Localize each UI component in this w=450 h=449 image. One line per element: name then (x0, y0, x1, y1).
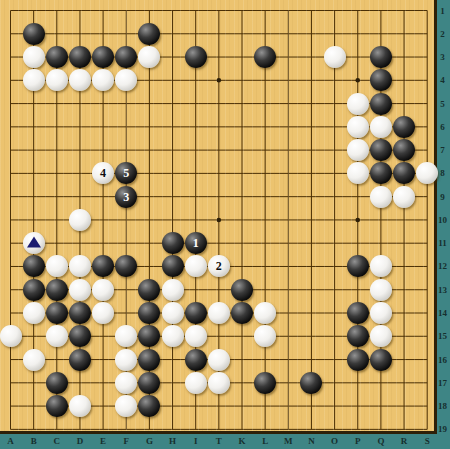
black-stone-K13[interactable] (231, 279, 253, 301)
black-stone-H12[interactable] (162, 255, 184, 277)
white-stone-B11[interactable] (23, 232, 45, 254)
black-stone-B2[interactable] (23, 23, 45, 45)
column-label-D: D (72, 436, 88, 449)
black-stone-D14[interactable] (69, 302, 91, 324)
black-stone-G16[interactable] (138, 349, 160, 371)
white-stone-L14[interactable] (254, 302, 276, 324)
column-label-G: G (141, 436, 157, 449)
move-number-label: 3 (115, 186, 137, 208)
white-stone-I17[interactable] (185, 372, 207, 394)
column-label-S: S (419, 436, 435, 449)
black-stone-K14[interactable] (231, 302, 253, 324)
row-label-7: 7 (435, 145, 450, 156)
row-label-12: 12 (435, 261, 450, 272)
black-stone-I11[interactable]: 1 (185, 232, 207, 254)
row-label-9: 9 (435, 192, 450, 203)
row-label-13: 13 (435, 285, 450, 296)
white-stone-B14[interactable] (23, 302, 45, 324)
white-stone-P5[interactable] (347, 93, 369, 115)
black-stone-D16[interactable] (69, 349, 91, 371)
black-stone-C3[interactable] (46, 46, 68, 68)
black-stone-P14[interactable] (347, 302, 369, 324)
black-stone-Q16[interactable] (370, 349, 392, 371)
row-label-4: 4 (435, 75, 450, 86)
column-label-A: A (3, 436, 19, 449)
row-label-15: 15 (435, 331, 450, 342)
white-stone-T12[interactable]: 2 (208, 255, 230, 277)
black-stone-Q5[interactable] (370, 93, 392, 115)
white-stone-P6[interactable] (347, 116, 369, 138)
column-label-B: B (26, 436, 42, 449)
black-stone-F9[interactable]: 3 (115, 186, 137, 208)
black-stone-G13[interactable] (138, 279, 160, 301)
black-stone-L3[interactable] (254, 46, 276, 68)
column-label-L: L (257, 436, 273, 449)
white-stone-F17[interactable] (115, 372, 137, 394)
white-stone-I15[interactable] (185, 325, 207, 347)
black-stone-R7[interactable] (393, 139, 415, 161)
column-label-K: K (234, 436, 250, 449)
white-stone-H14[interactable] (162, 302, 184, 324)
white-stone-C15[interactable] (46, 325, 68, 347)
black-stone-D3[interactable] (69, 46, 91, 68)
white-stone-T16[interactable] (208, 349, 230, 371)
row-label-5: 5 (435, 99, 450, 110)
move-number-label: 1 (185, 232, 207, 254)
white-stone-F16[interactable] (115, 349, 137, 371)
black-stone-P15[interactable] (347, 325, 369, 347)
go-board[interactable]: 45312 (0, 0, 437, 434)
black-stone-C18[interactable] (46, 395, 68, 417)
column-label-H: H (165, 436, 181, 449)
black-stone-I16[interactable] (185, 349, 207, 371)
column-label-P: P (350, 436, 366, 449)
black-stone-C14[interactable] (46, 302, 68, 324)
row-label-17: 17 (435, 378, 450, 389)
row-label-1: 1 (435, 6, 450, 17)
black-stone-B12[interactable] (23, 255, 45, 277)
black-stone-G2[interactable] (138, 23, 160, 45)
white-stone-Q13[interactable] (370, 279, 392, 301)
row-label-10: 10 (435, 215, 450, 226)
white-stone-R9[interactable] (393, 186, 415, 208)
white-stone-P7[interactable] (347, 139, 369, 161)
move-number-label: 5 (115, 162, 137, 184)
black-stone-P16[interactable] (347, 349, 369, 371)
white-stone-E8[interactable]: 4 (92, 162, 114, 184)
column-label-I: I (188, 436, 204, 449)
column-label-C: C (49, 436, 65, 449)
black-stone-Q7[interactable] (370, 139, 392, 161)
white-stone-O3[interactable] (324, 46, 346, 68)
white-stone-Q15[interactable] (370, 325, 392, 347)
white-stone-I12[interactable] (185, 255, 207, 277)
row-label-19: 19 (435, 424, 450, 435)
black-stone-E3[interactable] (92, 46, 114, 68)
row-label-3: 3 (435, 52, 450, 63)
white-stone-E13[interactable] (92, 279, 114, 301)
black-stone-L17[interactable] (254, 372, 276, 394)
white-stone-H15[interactable] (162, 325, 184, 347)
white-stone-C4[interactable] (46, 69, 68, 91)
white-stone-H13[interactable] (162, 279, 184, 301)
black-stone-H11[interactable] (162, 232, 184, 254)
white-stone-Q9[interactable] (370, 186, 392, 208)
column-label-R: R (396, 436, 412, 449)
row-label-6: 6 (435, 122, 450, 133)
white-stone-P8[interactable] (347, 162, 369, 184)
white-stone-D13[interactable] (69, 279, 91, 301)
row-label-11: 11 (435, 238, 450, 249)
column-label-E: E (95, 436, 111, 449)
black-stone-R6[interactable] (393, 116, 415, 138)
triangle-marker-icon (27, 237, 41, 248)
black-stone-C17[interactable] (46, 372, 68, 394)
white-stone-T14[interactable] (208, 302, 230, 324)
column-label-T: T (211, 436, 227, 449)
white-stone-B4[interactable] (23, 69, 45, 91)
column-label-O: O (327, 436, 343, 449)
white-stone-D10[interactable] (69, 209, 91, 231)
move-number-label: 4 (92, 162, 114, 184)
black-stone-I3[interactable] (185, 46, 207, 68)
row-label-18: 18 (435, 401, 450, 412)
white-stone-D18[interactable] (69, 395, 91, 417)
black-stone-C13[interactable] (46, 279, 68, 301)
black-stone-F8[interactable]: 5 (115, 162, 137, 184)
column-label-F: F (118, 436, 134, 449)
white-stone-Q14[interactable] (370, 302, 392, 324)
white-stone-B3[interactable] (23, 46, 45, 68)
column-label-M: M (280, 436, 296, 449)
black-stone-B13[interactable] (23, 279, 45, 301)
white-stone-E14[interactable] (92, 302, 114, 324)
move-number-label: 2 (208, 255, 230, 277)
black-stone-Q3[interactable] (370, 46, 392, 68)
black-stone-I14[interactable] (185, 302, 207, 324)
white-stone-B16[interactable] (23, 349, 45, 371)
white-stone-Q6[interactable] (370, 116, 392, 138)
row-label-2: 2 (435, 29, 450, 40)
row-label-8: 8 (435, 168, 450, 179)
row-label-16: 16 (435, 355, 450, 366)
column-label-N: N (303, 436, 319, 449)
column-label-Q: Q (373, 436, 389, 449)
go-app-window: 45312 ABCDEFGHITKLMNOPQRS 12345678910111… (0, 0, 450, 449)
white-stone-A15[interactable] (0, 325, 22, 347)
white-stone-T17[interactable] (208, 372, 230, 394)
row-label-14: 14 (435, 308, 450, 319)
